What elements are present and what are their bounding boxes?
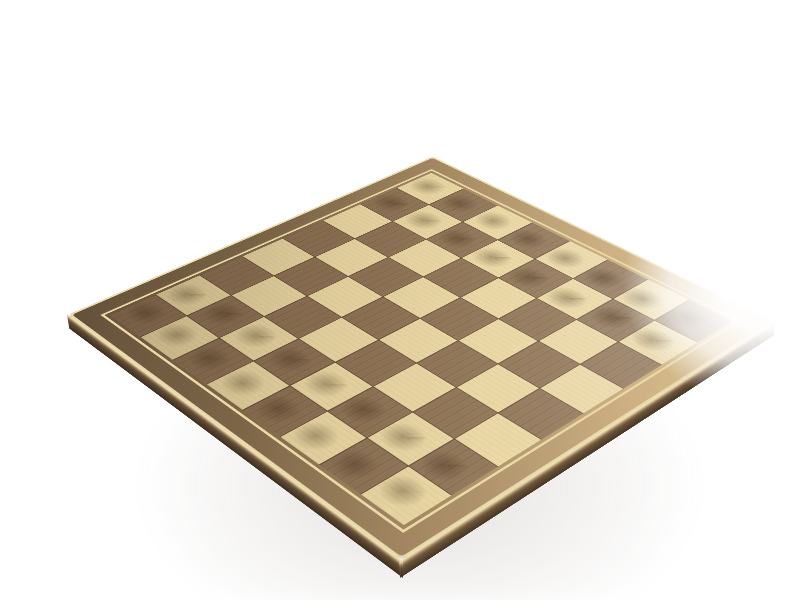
- square-h5: [541, 365, 623, 413]
- square-f5: [459, 319, 537, 363]
- white-rook-icon: ♜: [336, 429, 477, 495]
- square-g5: [499, 341, 579, 387]
- chessboard-photo-scene: ♜♞♝♛♚♝♞♜♟♟♟♟♟♟♟♟♜♞♝♛♚♝♞♜♟♟♟♟♟♟♟♟: [0, 0, 800, 600]
- black-pawn-icon: ♟: [595, 296, 718, 343]
